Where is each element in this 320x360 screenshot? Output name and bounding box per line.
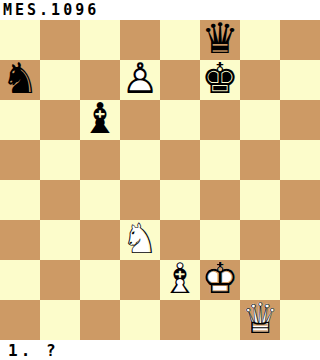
square-c3[interactable] (80, 220, 120, 260)
square-f2[interactable]: ♚♔ (200, 260, 240, 300)
black-king[interactable]: ♚ (200, 60, 240, 100)
square-e1[interactable] (160, 300, 200, 340)
square-b5[interactable] (40, 140, 80, 180)
white-knight[interactable]: ♞♘ (120, 220, 160, 260)
square-c6[interactable]: ♝ (80, 100, 120, 140)
square-g5[interactable] (240, 140, 280, 180)
square-e5[interactable] (160, 140, 200, 180)
square-h8[interactable] (280, 20, 320, 60)
black-king-glyph: ♚ (200, 60, 240, 100)
square-c2[interactable] (80, 260, 120, 300)
puzzle-id: MES.1096 (0, 1, 99, 19)
square-f4[interactable] (200, 180, 240, 220)
square-d1[interactable] (120, 300, 160, 340)
square-c5[interactable] (80, 140, 120, 180)
square-e2[interactable]: ♝♗ (160, 260, 200, 300)
square-h5[interactable] (280, 140, 320, 180)
square-d2[interactable] (120, 260, 160, 300)
square-g8[interactable] (240, 20, 280, 60)
square-g6[interactable] (240, 100, 280, 140)
diagram-footer: 1. ? (0, 340, 320, 360)
black-bishop-glyph: ♝ (80, 100, 120, 140)
square-b7[interactable] (40, 60, 80, 100)
square-d3[interactable]: ♞♘ (120, 220, 160, 260)
chess-board: ♛♞♟♙♚♝♞♘♝♗♚♔♛♕ (0, 20, 320, 340)
square-a5[interactable] (0, 140, 40, 180)
square-e4[interactable] (160, 180, 200, 220)
square-h2[interactable] (280, 260, 320, 300)
square-a3[interactable] (0, 220, 40, 260)
white-bishop[interactable]: ♝♗ (160, 260, 200, 300)
square-h4[interactable] (280, 180, 320, 220)
square-h6[interactable] (280, 100, 320, 140)
black-knight[interactable]: ♞ (0, 60, 40, 100)
square-a2[interactable] (0, 260, 40, 300)
square-h7[interactable] (280, 60, 320, 100)
square-a6[interactable] (0, 100, 40, 140)
square-e8[interactable] (160, 20, 200, 60)
white-pawn-glyph: ♙ (120, 60, 160, 100)
square-g4[interactable] (240, 180, 280, 220)
square-f1[interactable] (200, 300, 240, 340)
square-g7[interactable] (240, 60, 280, 100)
square-g3[interactable] (240, 220, 280, 260)
white-bishop-glyph: ♗ (160, 260, 200, 300)
square-d5[interactable] (120, 140, 160, 180)
square-b8[interactable] (40, 20, 80, 60)
square-b1[interactable] (40, 300, 80, 340)
square-f7[interactable]: ♚ (200, 60, 240, 100)
chess-diagram: MES.1096 ♛♞♟♙♚♝♞♘♝♗♚♔♛♕ 1. ? (0, 0, 320, 360)
square-c8[interactable] (80, 20, 120, 60)
white-pawn[interactable]: ♟♙ (120, 60, 160, 100)
square-e6[interactable] (160, 100, 200, 140)
white-king-glyph: ♔ (200, 260, 240, 300)
move-prompt: 1. ? (0, 341, 59, 360)
square-b2[interactable] (40, 260, 80, 300)
white-queen[interactable]: ♛♕ (240, 300, 280, 340)
white-knight-glyph: ♘ (120, 220, 160, 260)
square-d7[interactable]: ♟♙ (120, 60, 160, 100)
white-queen-glyph: ♕ (240, 300, 280, 340)
diagram-header: MES.1096 (0, 0, 320, 20)
square-d6[interactable] (120, 100, 160, 140)
square-a4[interactable] (0, 180, 40, 220)
square-c4[interactable] (80, 180, 120, 220)
square-c1[interactable] (80, 300, 120, 340)
white-king[interactable]: ♚♔ (200, 260, 240, 300)
square-g1[interactable]: ♛♕ (240, 300, 280, 340)
square-b3[interactable] (40, 220, 80, 260)
square-h3[interactable] (280, 220, 320, 260)
square-f6[interactable] (200, 100, 240, 140)
square-b6[interactable] (40, 100, 80, 140)
square-b4[interactable] (40, 180, 80, 220)
black-knight-glyph: ♞ (0, 60, 40, 100)
square-h1[interactable] (280, 300, 320, 340)
black-bishop[interactable]: ♝ (80, 100, 120, 140)
square-e7[interactable] (160, 60, 200, 100)
square-a1[interactable] (0, 300, 40, 340)
square-f5[interactable] (200, 140, 240, 180)
square-a7[interactable]: ♞ (0, 60, 40, 100)
